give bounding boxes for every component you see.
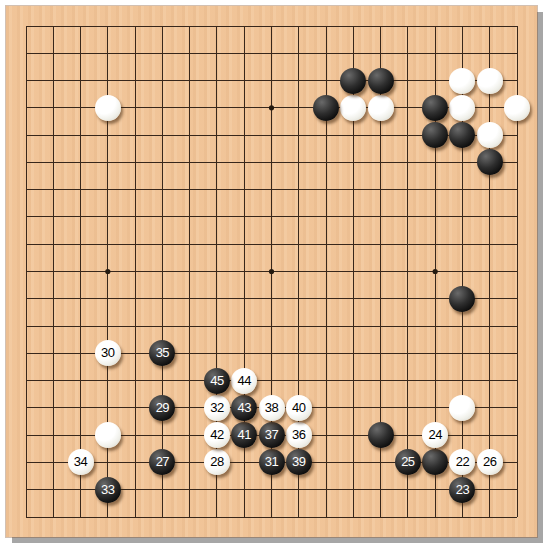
go-diagram: 2223242526272829303132333435363738394041… (0, 0, 550, 550)
stone-white-34: 34 (68, 449, 94, 475)
stone-number: 37 (265, 422, 278, 448)
stone-white-44: 44 (231, 368, 257, 394)
stone-number: 40 (292, 395, 305, 421)
stone-black-31: 31 (259, 449, 285, 475)
stone-number: 38 (265, 395, 278, 421)
star-point (269, 105, 274, 110)
stone-white (477, 68, 503, 94)
stone-number: 22 (456, 449, 469, 475)
stone-black-45: 45 (204, 368, 230, 394)
stone-number: 36 (292, 422, 305, 448)
stone-number: 29 (156, 395, 169, 421)
stone-number: 44 (237, 368, 250, 394)
stone-black-33: 33 (95, 477, 121, 503)
go-board: 2223242526272829303132333435363738394041… (6, 6, 537, 537)
stone-number: 26 (483, 449, 496, 475)
stone-black (313, 95, 339, 121)
stone-black-23: 23 (449, 477, 475, 503)
stone-white-30: 30 (95, 340, 121, 366)
stone-white-32: 32 (204, 395, 230, 421)
stone-black (368, 68, 394, 94)
stone-number: 28 (210, 449, 223, 475)
stone-white-40: 40 (286, 395, 312, 421)
star-point (433, 269, 438, 274)
stone-number: 33 (101, 477, 114, 503)
stone-white (368, 95, 394, 121)
stone-black-43: 43 (231, 395, 257, 421)
stone-white (504, 95, 530, 121)
stone-white-42: 42 (204, 422, 230, 448)
stone-number: 39 (292, 449, 305, 475)
star-point (269, 269, 274, 274)
stone-white (95, 95, 121, 121)
stone-number: 45 (210, 368, 223, 394)
stone-number: 27 (156, 449, 169, 475)
stone-white-36: 36 (286, 422, 312, 448)
stone-black (422, 95, 448, 121)
stone-number: 43 (237, 395, 250, 421)
stone-white-38: 38 (259, 395, 285, 421)
stone-number: 31 (265, 449, 278, 475)
star-point (105, 269, 110, 274)
stone-black (477, 149, 503, 175)
stone-number: 41 (237, 422, 250, 448)
stone-number: 35 (156, 340, 169, 366)
stone-white (340, 95, 366, 121)
stone-white (449, 68, 475, 94)
stone-number: 34 (74, 449, 87, 475)
stone-number: 30 (101, 340, 114, 366)
stone-white (95, 422, 121, 448)
stone-number: 24 (428, 422, 441, 448)
stone-number: 23 (456, 477, 469, 503)
stone-black (340, 68, 366, 94)
stone-number: 32 (210, 395, 223, 421)
stone-number: 42 (210, 422, 223, 448)
stone-white-26: 26 (477, 449, 503, 475)
stone-black-37: 37 (259, 422, 285, 448)
stone-black (368, 422, 394, 448)
stone-number: 25 (401, 449, 414, 475)
stone-white (477, 122, 503, 148)
